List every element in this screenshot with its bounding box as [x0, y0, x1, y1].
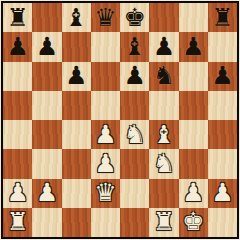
black-bishop-e7: ♝ [120, 32, 149, 61]
white-king-g1: ♚ [179, 208, 208, 237]
black-pawn-h6: ♟ [208, 62, 237, 91]
board-frame: ♜♝♛♚♜♟♟♝♟♟♟♟♞♟♟♞♝♟♞♟♟♛♟♟♜♜♚ [1, 1, 239, 239]
square-e6[interactable]: ♟ [120, 62, 149, 91]
black-rook-h8: ♜ [208, 3, 237, 32]
white-rook-a1: ♜ [3, 208, 32, 237]
black-knight-f6: ♞ [149, 62, 178, 91]
white-rook-f1: ♜ [149, 208, 178, 237]
square-b8[interactable] [32, 3, 61, 32]
square-c7[interactable] [62, 32, 91, 61]
black-pawn-g7: ♟ [179, 32, 208, 61]
square-h3[interactable] [208, 149, 237, 178]
square-d8[interactable]: ♛ [91, 3, 120, 32]
square-c2[interactable] [62, 179, 91, 208]
square-f7[interactable]: ♟ [149, 32, 178, 61]
square-a6[interactable] [3, 62, 32, 91]
black-pawn-c6: ♟ [62, 62, 91, 91]
black-bishop-c8: ♝ [62, 3, 91, 32]
black-king-e8: ♚ [120, 3, 149, 32]
square-e5[interactable] [120, 91, 149, 120]
white-pawn-g2: ♟ [179, 179, 208, 208]
square-a7[interactable]: ♟ [3, 32, 32, 61]
square-b2[interactable]: ♟ [32, 179, 61, 208]
square-h7[interactable] [208, 32, 237, 61]
square-g8[interactable] [179, 3, 208, 32]
square-a8[interactable]: ♜ [3, 3, 32, 32]
square-f2[interactable] [149, 179, 178, 208]
square-h2[interactable]: ♟ [208, 179, 237, 208]
square-d3[interactable]: ♟ [91, 149, 120, 178]
square-e7[interactable]: ♝ [120, 32, 149, 61]
square-h4[interactable] [208, 120, 237, 149]
square-e8[interactable]: ♚ [120, 3, 149, 32]
square-h6[interactable]: ♟ [208, 62, 237, 91]
square-b4[interactable] [32, 120, 61, 149]
chess-diagram: ♜♝♛♚♜♟♟♝♟♟♟♟♞♟♟♞♝♟♞♟♟♛♟♟♜♜♚ [0, 0, 240, 240]
square-g2[interactable]: ♟ [179, 179, 208, 208]
square-c4[interactable] [62, 120, 91, 149]
square-a5[interactable] [3, 91, 32, 120]
square-g7[interactable]: ♟ [179, 32, 208, 61]
black-pawn-f7: ♟ [149, 32, 178, 61]
square-h8[interactable]: ♜ [208, 3, 237, 32]
white-pawn-d3: ♟ [91, 149, 120, 178]
square-f3[interactable]: ♞ [149, 149, 178, 178]
black-queen-d8: ♛ [91, 3, 120, 32]
white-knight-e4: ♞ [120, 120, 149, 149]
square-d6[interactable] [91, 62, 120, 91]
square-c3[interactable] [62, 149, 91, 178]
square-a2[interactable]: ♟ [3, 179, 32, 208]
square-b1[interactable] [32, 208, 61, 237]
square-b7[interactable]: ♟ [32, 32, 61, 61]
square-e1[interactable] [120, 208, 149, 237]
square-a3[interactable] [3, 149, 32, 178]
square-f8[interactable] [149, 3, 178, 32]
square-d7[interactable] [91, 32, 120, 61]
square-g4[interactable] [179, 120, 208, 149]
square-g5[interactable] [179, 91, 208, 120]
square-d2[interactable]: ♛ [91, 179, 120, 208]
square-d4[interactable]: ♟ [91, 120, 120, 149]
square-c5[interactable] [62, 91, 91, 120]
black-rook-a8: ♜ [3, 3, 32, 32]
square-f5[interactable] [149, 91, 178, 120]
square-d5[interactable] [91, 91, 120, 120]
square-f4[interactable]: ♝ [149, 120, 178, 149]
white-pawn-a2: ♟ [3, 179, 32, 208]
black-pawn-b7: ♟ [32, 32, 61, 61]
square-g6[interactable] [179, 62, 208, 91]
square-d1[interactable] [91, 208, 120, 237]
black-pawn-a7: ♟ [3, 32, 32, 61]
square-c1[interactable] [62, 208, 91, 237]
white-pawn-b2: ♟ [32, 179, 61, 208]
square-b5[interactable] [32, 91, 61, 120]
square-a4[interactable] [3, 120, 32, 149]
square-h5[interactable] [208, 91, 237, 120]
chess-board: ♜♝♛♚♜♟♟♝♟♟♟♟♞♟♟♞♝♟♞♟♟♛♟♟♜♜♚ [3, 3, 237, 237]
square-a1[interactable]: ♜ [3, 208, 32, 237]
white-pawn-h2: ♟ [208, 179, 237, 208]
square-e4[interactable]: ♞ [120, 120, 149, 149]
white-knight-f3: ♞ [149, 149, 178, 178]
square-b6[interactable] [32, 62, 61, 91]
square-c8[interactable]: ♝ [62, 3, 91, 32]
square-b3[interactable] [32, 149, 61, 178]
square-e2[interactable] [120, 179, 149, 208]
square-g3[interactable] [179, 149, 208, 178]
square-c6[interactable]: ♟ [62, 62, 91, 91]
black-pawn-e6: ♟ [120, 62, 149, 91]
square-e3[interactable] [120, 149, 149, 178]
square-f6[interactable]: ♞ [149, 62, 178, 91]
square-f1[interactable]: ♜ [149, 208, 178, 237]
white-pawn-d4: ♟ [91, 120, 120, 149]
white-queen-d2: ♛ [91, 179, 120, 208]
white-bishop-f4: ♝ [149, 120, 178, 149]
square-g1[interactable]: ♚ [179, 208, 208, 237]
square-h1[interactable] [208, 208, 237, 237]
